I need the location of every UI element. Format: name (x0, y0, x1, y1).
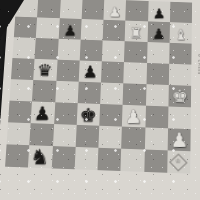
square-g8[interactable]: ♟ (148, 1, 170, 22)
black-pawn-b3[interactable]: ♟ (31, 104, 54, 123)
square-h3[interactable] (168, 106, 191, 129)
square-c8[interactable] (59, 0, 82, 19)
square-c1[interactable] (51, 146, 75, 169)
black-king-d3[interactable]: ♚ (77, 106, 100, 125)
square-e4[interactable] (100, 82, 123, 104)
square-f1[interactable] (121, 149, 145, 172)
black-pawn-d5[interactable]: ♟ (79, 65, 102, 81)
square-a6[interactable] (12, 37, 36, 59)
board-brand-logo: ♔ (170, 153, 188, 171)
square-a5[interactable] (11, 58, 35, 80)
square-g2[interactable] (144, 127, 167, 150)
square-g1[interactable] (144, 150, 168, 173)
square-b1[interactable]: ♞ (28, 145, 52, 168)
black-queen-b5[interactable]: ♛ (34, 63, 57, 79)
square-c2[interactable] (52, 124, 76, 147)
photo-frame: ♟♟♟♜♟♝♛♟♚♟♚♟♟♞♔ © CHESS (0, 0, 200, 200)
square-d8[interactable] (81, 0, 104, 20)
square-c7[interactable]: ♟ (58, 18, 81, 39)
square-b6[interactable] (35, 38, 58, 60)
square-a1[interactable] (5, 144, 29, 167)
square-e3[interactable] (99, 104, 123, 127)
white-pawn-f3[interactable]: ♟ (122, 108, 145, 127)
square-h7[interactable]: ♝ (169, 22, 191, 43)
square-b5[interactable]: ♛ (33, 59, 57, 81)
square-d1[interactable] (74, 147, 98, 170)
board-edge-text: © CHESS (197, 53, 200, 75)
square-g7[interactable]: ♟ (147, 21, 170, 42)
square-c5[interactable] (56, 60, 79, 82)
square-c4[interactable] (55, 81, 79, 103)
square-f4[interactable] (123, 83, 146, 105)
square-b3[interactable]: ♟ (31, 101, 55, 124)
chess-board: ♟♟♟♜♟♝♛♟♚♟♚♟♟♞♔ (5, 0, 192, 174)
square-a4[interactable] (10, 79, 34, 101)
square-b8[interactable] (37, 0, 60, 18)
square-f2[interactable] (121, 127, 145, 150)
square-d7[interactable] (80, 19, 103, 40)
square-d2[interactable] (75, 125, 99, 148)
square-f3[interactable]: ♟ (122, 105, 145, 128)
square-g6[interactable] (147, 42, 170, 64)
square-b2[interactable] (30, 123, 54, 146)
square-e8[interactable]: ♟ (103, 0, 126, 21)
square-c3[interactable] (54, 102, 78, 125)
white-rook-f7[interactable]: ♜ (125, 26, 147, 40)
square-d4[interactable] (77, 82, 101, 104)
black-pawn-c7[interactable]: ♟ (59, 24, 81, 38)
crown-icon: ♔ (176, 158, 182, 165)
square-d3[interactable]: ♚ (76, 103, 100, 126)
square-a7[interactable] (14, 17, 37, 38)
square-e6[interactable] (102, 40, 125, 62)
board-border: ♟♟♟♜♟♝♛♟♚♟♚♟♟♞♔ © CHESS (0, 0, 200, 200)
square-d5[interactable]: ♟ (78, 60, 101, 82)
white-king-h4[interactable]: ♚ (168, 89, 191, 106)
square-f6[interactable] (124, 41, 147, 63)
square-c6[interactable] (57, 39, 80, 61)
square-g5[interactable] (146, 63, 169, 85)
square-b7[interactable] (36, 17, 59, 38)
square-f5[interactable] (124, 62, 147, 84)
square-h5[interactable] (169, 64, 192, 86)
square-h1[interactable]: ♔ (167, 150, 190, 173)
square-g3[interactable] (145, 106, 168, 129)
square-f8[interactable] (126, 0, 149, 21)
square-h6[interactable] (169, 43, 192, 65)
square-e5[interactable] (101, 61, 124, 83)
square-h2[interactable]: ♟ (167, 128, 190, 151)
square-h4[interactable]: ♚ (168, 85, 191, 107)
square-g4[interactable] (146, 84, 169, 106)
square-d6[interactable] (79, 40, 102, 62)
square-h8[interactable] (170, 2, 192, 23)
square-a3[interactable] (8, 101, 32, 124)
square-f7[interactable]: ♜ (125, 21, 148, 42)
square-e7[interactable] (103, 20, 126, 41)
black-knight-b1[interactable]: ♞ (29, 146, 53, 167)
square-b4[interactable] (32, 80, 56, 102)
white-pawn-h2[interactable]: ♟ (167, 130, 190, 150)
black-pawn-g8[interactable]: ♟ (148, 8, 170, 21)
square-e1[interactable] (98, 148, 122, 171)
square-a2[interactable] (7, 122, 31, 145)
white-pawn-e8[interactable]: ♟ (104, 6, 126, 19)
square-e2[interactable] (98, 126, 122, 149)
black-pawn-g7[interactable]: ♟ (147, 27, 169, 41)
white-bishop-h7[interactable]: ♝ (169, 28, 192, 42)
